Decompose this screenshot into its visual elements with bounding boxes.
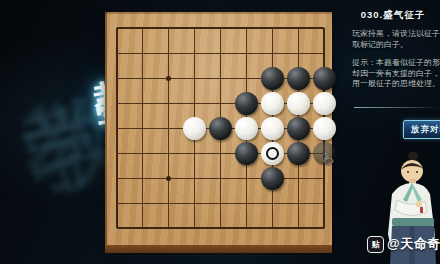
black-stone: [287, 117, 310, 140]
go-board[interactable]: ☝: [105, 12, 332, 245]
puzzle-instruction: 玩家持黑，请设法以征子之型提取标记的白子。: [352, 29, 440, 50]
puzzle-hint: 提示：本题看似征子的形状，但却因一旁有支援的白子，故不能用一般征子的思维处理。: [352, 58, 440, 90]
grid-line-horizontal: [117, 227, 324, 229]
black-stone: [235, 92, 258, 115]
black-stone: [235, 142, 258, 165]
grid-line-horizontal: [117, 178, 324, 179]
star-point: [166, 76, 171, 81]
watermark: 贴 @天命奇御吧: [367, 235, 440, 253]
puzzle-title: 030.盛气征子: [338, 9, 440, 22]
last-move-marker: [266, 147, 279, 160]
white-stone: [313, 92, 336, 115]
white-stone: [261, 92, 284, 115]
star-point: [166, 176, 171, 181]
give-up-game-button[interactable]: 放弃对弈: [403, 120, 440, 139]
go-board-side-edge: [105, 245, 332, 253]
tieba-logo-icon: 贴: [367, 236, 384, 253]
panel-divider: [354, 107, 440, 108]
black-stone: [261, 67, 284, 90]
screen: 教学 教学 ☝ 030.盛气征子 玩家持黑，请设法以征子之型提取标记的白子。 提…: [0, 0, 440, 264]
white-stone: [183, 117, 206, 140]
black-stone: [261, 167, 284, 190]
white-stone-marked: [261, 142, 284, 165]
white-stone: [313, 117, 336, 140]
white-stone: [235, 117, 258, 140]
white-stone: [261, 117, 284, 140]
grid-line-horizontal: [117, 203, 324, 204]
black-stone: [287, 142, 310, 165]
white-stone: [287, 92, 310, 115]
black-stone: [209, 117, 232, 140]
black-stone: [313, 67, 336, 90]
watermark-handle: @天命奇御吧: [387, 235, 440, 253]
black-stone: [287, 67, 310, 90]
